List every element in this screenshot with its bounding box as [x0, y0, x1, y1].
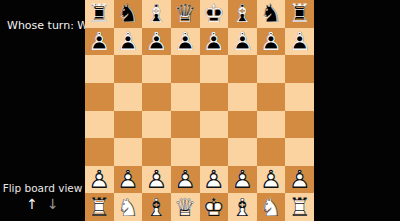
- square-a7[interactable]: ♟♙: [85, 28, 114, 56]
- square-c6[interactable]: [142, 55, 171, 83]
- square-g4[interactable]: [257, 111, 286, 139]
- square-g5[interactable]: [257, 83, 286, 111]
- square-h2[interactable]: ♟♙: [285, 166, 314, 194]
- piece-white-pawn[interactable]: ♟♙: [88, 167, 110, 192]
- piece-white-pawn[interactable]: ♟♙: [260, 167, 282, 192]
- square-f8[interactable]: ♝♗: [228, 0, 257, 28]
- square-b2[interactable]: ♟♙: [114, 166, 143, 194]
- piece-glyph-outline: ♖: [288, 195, 310, 220]
- square-h7[interactable]: ♟♙: [285, 28, 314, 56]
- square-e7[interactable]: ♟♙: [200, 28, 229, 56]
- square-d2[interactable]: ♟♙: [171, 166, 200, 194]
- square-c3[interactable]: [142, 138, 171, 166]
- square-b1[interactable]: ♞♘: [114, 193, 143, 221]
- piece-white-rook[interactable]: ♜♖: [288, 195, 310, 220]
- square-e6[interactable]: [200, 55, 229, 83]
- piece-glyph-outline: ♖: [88, 1, 110, 26]
- flip-up-button[interactable]: ↑: [26, 196, 38, 212]
- piece-glyph-outline: ♙: [288, 167, 310, 192]
- square-b4[interactable]: [114, 111, 143, 139]
- square-f1[interactable]: ♝♗: [228, 193, 257, 221]
- square-d4[interactable]: [171, 111, 200, 139]
- square-g6[interactable]: [257, 55, 286, 83]
- square-c2[interactable]: ♟♙: [142, 166, 171, 194]
- flip-board-label: Flip board view: [0, 182, 85, 194]
- piece-black-bishop[interactable]: ♝♗: [231, 1, 253, 26]
- square-f4[interactable]: [228, 111, 257, 139]
- square-g3[interactable]: [257, 138, 286, 166]
- piece-black-pawn[interactable]: ♟♙: [203, 29, 225, 54]
- piece-white-king[interactable]: ♚♔: [203, 195, 225, 220]
- piece-black-knight[interactable]: ♞♘: [260, 1, 282, 26]
- piece-glyph-outline: ♙: [88, 29, 110, 54]
- piece-glyph-outline: ♔: [203, 195, 225, 220]
- square-a5[interactable]: [85, 83, 114, 111]
- piece-black-pawn[interactable]: ♟♙: [231, 29, 253, 54]
- piece-white-pawn[interactable]: ♟♙: [231, 167, 253, 192]
- square-h1[interactable]: ♜♖: [285, 193, 314, 221]
- piece-white-rook[interactable]: ♜♖: [88, 195, 110, 220]
- square-c8[interactable]: ♝♗: [142, 0, 171, 28]
- piece-white-knight[interactable]: ♞♘: [260, 195, 282, 220]
- piece-glyph-outline: ♙: [145, 29, 167, 54]
- piece-glyph-outline: ♙: [231, 167, 253, 192]
- square-b5[interactable]: [114, 83, 143, 111]
- flip-board-controls: ↑ ↓: [0, 196, 85, 212]
- square-h4[interactable]: [285, 111, 314, 139]
- piece-black-rook[interactable]: ♜♖: [88, 1, 110, 26]
- piece-glyph-outline: ♙: [117, 29, 139, 54]
- piece-glyph-outline: ♙: [203, 29, 225, 54]
- piece-white-pawn[interactable]: ♟♙: [145, 167, 167, 192]
- piece-glyph-outline: ♙: [174, 29, 196, 54]
- control-panel: Whose turn: White Flip board view ↑ ↓: [0, 0, 85, 221]
- square-b8[interactable]: ♞♘: [114, 0, 143, 28]
- piece-glyph-outline: ♙: [260, 167, 282, 192]
- square-g2[interactable]: ♟♙: [257, 166, 286, 194]
- piece-glyph-outline: ♕: [174, 1, 196, 26]
- square-d1[interactable]: ♛♕: [171, 193, 200, 221]
- piece-black-knight[interactable]: ♞♘: [117, 1, 139, 26]
- square-a4[interactable]: [85, 111, 114, 139]
- piece-glyph-outline: ♙: [203, 167, 225, 192]
- piece-white-pawn[interactable]: ♟♙: [174, 167, 196, 192]
- chess-board: ♜♖♞♘♝♗♛♕♚♔♝♗♞♘♜♖♟♙♟♙♟♙♟♙♟♙♟♙♟♙♟♙♟♙♟♙♟♙♟♙…: [85, 0, 314, 221]
- square-a3[interactable]: [85, 138, 114, 166]
- square-a6[interactable]: [85, 55, 114, 83]
- square-e8[interactable]: ♚♔: [200, 0, 229, 28]
- piece-glyph-outline: ♘: [260, 1, 282, 26]
- piece-black-king[interactable]: ♚♔: [203, 1, 225, 26]
- piece-glyph-outline: ♙: [174, 167, 196, 192]
- square-b3[interactable]: [114, 138, 143, 166]
- square-f5[interactable]: [228, 83, 257, 111]
- square-g1[interactable]: ♞♘: [257, 193, 286, 221]
- flip-down-button[interactable]: ↓: [47, 196, 59, 212]
- square-f2[interactable]: ♟♙: [228, 166, 257, 194]
- piece-glyph-outline: ♗: [145, 195, 167, 220]
- piece-black-rook[interactable]: ♜♖: [288, 1, 310, 26]
- square-e3[interactable]: [200, 138, 229, 166]
- piece-glyph-outline: ♗: [231, 1, 253, 26]
- piece-glyph-outline: ♘: [260, 195, 282, 220]
- square-c5[interactable]: [142, 83, 171, 111]
- square-f6[interactable]: [228, 55, 257, 83]
- square-d6[interactable]: [171, 55, 200, 83]
- piece-black-queen[interactable]: ♛♕: [174, 1, 196, 26]
- piece-black-pawn[interactable]: ♟♙: [260, 29, 282, 54]
- piece-glyph-outline: ♗: [145, 1, 167, 26]
- square-h8[interactable]: ♜♖: [285, 0, 314, 28]
- piece-glyph-outline: ♙: [288, 29, 310, 54]
- square-g7[interactable]: ♟♙: [257, 28, 286, 56]
- square-h6[interactable]: [285, 55, 314, 83]
- piece-black-pawn[interactable]: ♟♙: [117, 29, 139, 54]
- piece-black-pawn[interactable]: ♟♙: [174, 29, 196, 54]
- piece-black-bishop[interactable]: ♝♗: [145, 1, 167, 26]
- piece-white-bishop[interactable]: ♝♗: [145, 195, 167, 220]
- piece-glyph-outline: ♘: [117, 1, 139, 26]
- piece-glyph-outline: ♘: [117, 195, 139, 220]
- square-b7[interactable]: ♟♙: [114, 28, 143, 56]
- square-c7[interactable]: ♟♙: [142, 28, 171, 56]
- square-h5[interactable]: [285, 83, 314, 111]
- piece-white-knight[interactable]: ♞♘: [117, 195, 139, 220]
- square-d7[interactable]: ♟♙: [171, 28, 200, 56]
- piece-white-pawn[interactable]: ♟♙: [288, 167, 310, 192]
- piece-black-pawn[interactable]: ♟♙: [145, 29, 167, 54]
- square-f7[interactable]: ♟♙: [228, 28, 257, 56]
- square-e4[interactable]: [200, 111, 229, 139]
- square-h3[interactable]: [285, 138, 314, 166]
- piece-black-pawn[interactable]: ♟♙: [88, 29, 110, 54]
- square-b6[interactable]: [114, 55, 143, 83]
- square-d5[interactable]: [171, 83, 200, 111]
- chess-app: Whose turn: White Flip board view ↑ ↓ ♜♖…: [0, 0, 400, 221]
- square-f3[interactable]: [228, 138, 257, 166]
- square-e1[interactable]: ♚♔: [200, 193, 229, 221]
- piece-white-pawn[interactable]: ♟♙: [203, 167, 225, 192]
- square-d8[interactable]: ♛♕: [171, 0, 200, 28]
- piece-glyph-outline: ♔: [203, 1, 225, 26]
- square-e2[interactable]: ♟♙: [200, 166, 229, 194]
- piece-glyph-outline: ♙: [145, 167, 167, 192]
- piece-white-pawn[interactable]: ♟♙: [117, 167, 139, 192]
- piece-glyph-outline: ♙: [117, 167, 139, 192]
- square-a8[interactable]: ♜♖: [85, 0, 114, 28]
- piece-black-pawn[interactable]: ♟♙: [288, 29, 310, 54]
- piece-white-bishop[interactable]: ♝♗: [231, 195, 253, 220]
- square-a2[interactable]: ♟♙: [85, 166, 114, 194]
- square-a1[interactable]: ♜♖: [85, 193, 114, 221]
- piece-glyph-outline: ♖: [88, 195, 110, 220]
- piece-glyph-outline: ♕: [174, 195, 196, 220]
- piece-glyph-outline: ♙: [231, 29, 253, 54]
- piece-glyph-outline: ♙: [88, 167, 110, 192]
- square-d3[interactable]: [171, 138, 200, 166]
- square-c4[interactable]: [142, 111, 171, 139]
- piece-glyph-outline: ♖: [288, 1, 310, 26]
- piece-glyph-outline: ♗: [231, 195, 253, 220]
- piece-white-queen[interactable]: ♛♕: [174, 195, 196, 220]
- square-c1[interactable]: ♝♗: [142, 193, 171, 221]
- square-e5[interactable]: [200, 83, 229, 111]
- square-g8[interactable]: ♞♘: [257, 0, 286, 28]
- piece-glyph-outline: ♙: [260, 29, 282, 54]
